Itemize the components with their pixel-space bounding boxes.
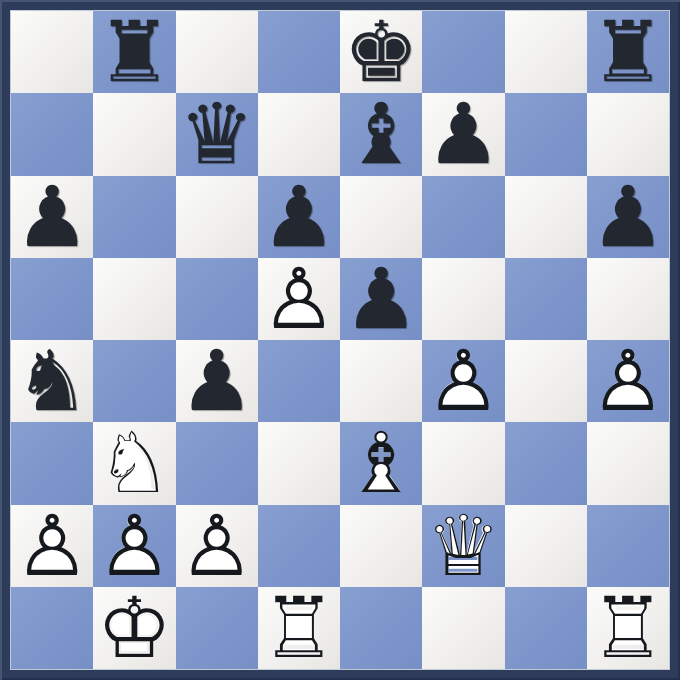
- white-pawn-outline-icon: ♙: [11, 505, 93, 587]
- square-h3[interactable]: [587, 422, 669, 504]
- square-h4[interactable]: ♟♙: [587, 340, 669, 422]
- black-pawn-icon: ♟: [587, 176, 669, 258]
- piece-black-king[interactable]: ♚: [340, 11, 422, 93]
- piece-black-pawn[interactable]: ♟: [258, 176, 340, 258]
- piece-black-queen[interactable]: ♛: [176, 93, 258, 175]
- square-g7[interactable]: [505, 93, 587, 175]
- square-a6[interactable]: ♟: [11, 176, 93, 258]
- piece-black-knight[interactable]: ♞: [11, 340, 93, 422]
- square-e3[interactable]: ♝♗: [340, 422, 422, 504]
- white-knight-outline-icon: ♘: [93, 422, 175, 504]
- black-rook-icon: ♜: [93, 11, 175, 93]
- square-f1[interactable]: [422, 587, 504, 669]
- black-king-icon: ♚: [340, 11, 422, 93]
- square-g8[interactable]: [505, 11, 587, 93]
- square-a4[interactable]: ♞: [11, 340, 93, 422]
- square-h1[interactable]: ♜♖: [587, 587, 669, 669]
- square-d6[interactable]: ♟: [258, 176, 340, 258]
- piece-white-pawn[interactable]: ♟♙: [258, 258, 340, 340]
- black-pawn-icon: ♟: [258, 176, 340, 258]
- piece-black-rook[interactable]: ♜: [587, 11, 669, 93]
- piece-white-knight[interactable]: ♞♘: [93, 422, 175, 504]
- white-pawn-outline-icon: ♙: [422, 340, 504, 422]
- square-g6[interactable]: [505, 176, 587, 258]
- black-pawn-icon: ♟: [11, 176, 93, 258]
- square-c6[interactable]: [176, 176, 258, 258]
- square-g4[interactable]: [505, 340, 587, 422]
- square-d5[interactable]: ♟♙: [258, 258, 340, 340]
- square-e4[interactable]: [340, 340, 422, 422]
- piece-black-pawn[interactable]: ♟: [176, 340, 258, 422]
- square-e8[interactable]: ♚: [340, 11, 422, 93]
- square-a3[interactable]: [11, 422, 93, 504]
- square-c3[interactable]: [176, 422, 258, 504]
- square-f2[interactable]: ♛♕: [422, 505, 504, 587]
- square-c2[interactable]: ♟♙: [176, 505, 258, 587]
- piece-black-pawn[interactable]: ♟: [422, 93, 504, 175]
- piece-black-pawn[interactable]: ♟: [11, 176, 93, 258]
- square-b1[interactable]: ♚♔: [93, 587, 175, 669]
- white-pawn-outline-icon: ♙: [587, 340, 669, 422]
- square-b3[interactable]: ♞♘: [93, 422, 175, 504]
- black-queen-icon: ♛: [176, 93, 258, 175]
- piece-black-pawn[interactable]: ♟: [340, 258, 422, 340]
- white-rook-outline-icon: ♖: [258, 587, 340, 669]
- square-c4[interactable]: ♟: [176, 340, 258, 422]
- black-knight-icon: ♞: [11, 340, 93, 422]
- square-d2[interactable]: [258, 505, 340, 587]
- square-a2[interactable]: ♟♙: [11, 505, 93, 587]
- square-g2[interactable]: [505, 505, 587, 587]
- piece-white-king[interactable]: ♚♔: [93, 587, 175, 669]
- white-bishop-outline-icon: ♗: [340, 422, 422, 504]
- black-pawn-icon: ♟: [422, 93, 504, 175]
- piece-white-queen[interactable]: ♛♕: [422, 505, 504, 587]
- square-h2[interactable]: [587, 505, 669, 587]
- square-c1[interactable]: [176, 587, 258, 669]
- black-bishop-icon: ♝: [340, 93, 422, 175]
- black-pawn-icon: ♟: [176, 340, 258, 422]
- square-e7[interactable]: ♝: [340, 93, 422, 175]
- square-c7[interactable]: ♛: [176, 93, 258, 175]
- square-d4[interactable]: [258, 340, 340, 422]
- white-pawn-outline-icon: ♙: [93, 505, 175, 587]
- square-c5[interactable]: [176, 258, 258, 340]
- piece-white-pawn[interactable]: ♟♙: [93, 505, 175, 587]
- square-f5[interactable]: [422, 258, 504, 340]
- piece-white-rook[interactable]: ♜♖: [258, 587, 340, 669]
- white-king-outline-icon: ♔: [93, 587, 175, 669]
- square-c8[interactable]: [176, 11, 258, 93]
- square-e6[interactable]: [340, 176, 422, 258]
- piece-black-bishop[interactable]: ♝: [340, 93, 422, 175]
- square-h6[interactable]: ♟: [587, 176, 669, 258]
- square-b2[interactable]: ♟♙: [93, 505, 175, 587]
- piece-black-pawn[interactable]: ♟: [587, 176, 669, 258]
- piece-white-rook[interactable]: ♜♖: [587, 587, 669, 669]
- white-queen-outline-icon: ♕: [422, 505, 504, 587]
- square-b8[interactable]: ♜: [93, 11, 175, 93]
- square-e2[interactable]: [340, 505, 422, 587]
- square-h8[interactable]: ♜: [587, 11, 669, 93]
- piece-white-pawn[interactable]: ♟♙: [11, 505, 93, 587]
- square-a5[interactable]: [11, 258, 93, 340]
- piece-white-bishop[interactable]: ♝♗: [340, 422, 422, 504]
- square-f3[interactable]: [422, 422, 504, 504]
- square-g5[interactable]: [505, 258, 587, 340]
- square-h5[interactable]: [587, 258, 669, 340]
- square-f7[interactable]: ♟: [422, 93, 504, 175]
- piece-white-pawn[interactable]: ♟♙: [176, 505, 258, 587]
- black-rook-icon: ♜: [587, 11, 669, 93]
- square-d1[interactable]: ♜♖: [258, 587, 340, 669]
- square-g3[interactable]: [505, 422, 587, 504]
- black-pawn-icon: ♟: [340, 258, 422, 340]
- square-e1[interactable]: [340, 587, 422, 669]
- piece-white-pawn[interactable]: ♟♙: [422, 340, 504, 422]
- square-b6[interactable]: [93, 176, 175, 258]
- white-pawn-outline-icon: ♙: [176, 505, 258, 587]
- square-b4[interactable]: [93, 340, 175, 422]
- white-pawn-outline-icon: ♙: [258, 258, 340, 340]
- square-d8[interactable]: [258, 11, 340, 93]
- square-d7[interactable]: [258, 93, 340, 175]
- square-a1[interactable]: [11, 587, 93, 669]
- square-g1[interactable]: [505, 587, 587, 669]
- square-f8[interactable]: [422, 11, 504, 93]
- square-h7[interactable]: [587, 93, 669, 175]
- square-a8[interactable]: [11, 11, 93, 93]
- square-d3[interactable]: [258, 422, 340, 504]
- chess-board-frame: ♜♚♜♛♝♟♟♟♟♟♙♟♞♟♟♙♟♙♞♘♝♗♟♙♟♙♟♙♛♕♚♔♜♖♜♖: [0, 0, 680, 680]
- square-e5[interactable]: ♟: [340, 258, 422, 340]
- square-f6[interactable]: [422, 176, 504, 258]
- white-rook-outline-icon: ♖: [587, 587, 669, 669]
- square-f4[interactable]: ♟♙: [422, 340, 504, 422]
- chess-board: ♜♚♜♛♝♟♟♟♟♟♙♟♞♟♟♙♟♙♞♘♝♗♟♙♟♙♟♙♛♕♚♔♜♖♜♖: [10, 10, 670, 670]
- square-b7[interactable]: [93, 93, 175, 175]
- square-b5[interactable]: [93, 258, 175, 340]
- piece-white-pawn[interactable]: ♟♙: [587, 340, 669, 422]
- piece-black-rook[interactable]: ♜: [93, 11, 175, 93]
- square-a7[interactable]: [11, 93, 93, 175]
